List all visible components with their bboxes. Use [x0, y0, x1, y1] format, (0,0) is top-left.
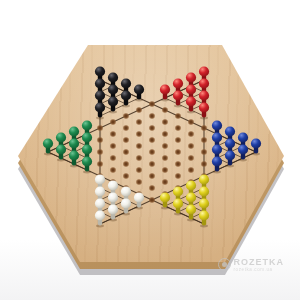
hole[interactable]	[97, 137, 103, 143]
hole[interactable]	[110, 131, 116, 137]
hole[interactable]	[175, 161, 181, 167]
hole[interactable]	[162, 167, 168, 173]
hole[interactable]	[97, 125, 103, 131]
hole[interactable]	[201, 149, 207, 155]
peg-white[interactable]	[134, 192, 144, 209]
hole[interactable]	[136, 107, 142, 113]
watermark-subtext: rozetka.com.ua	[234, 268, 285, 273]
peg-yellow[interactable]	[199, 210, 209, 227]
hole[interactable]	[136, 131, 142, 137]
hole[interactable]	[149, 137, 155, 143]
hole[interactable]	[162, 179, 168, 185]
hole[interactable]	[123, 137, 129, 143]
hole[interactable]	[97, 149, 103, 155]
hole[interactable]	[175, 125, 181, 131]
hole[interactable]	[201, 137, 207, 143]
hole[interactable]	[110, 143, 116, 149]
hole[interactable]	[123, 173, 129, 179]
watermark-logo-icon	[218, 258, 231, 271]
hole[interactable]	[149, 173, 155, 179]
hole[interactable]	[110, 155, 116, 161]
hole[interactable]	[175, 173, 181, 179]
peg-black[interactable]	[95, 102, 105, 119]
hole[interactable]	[188, 155, 194, 161]
hole[interactable]	[175, 137, 181, 143]
peg-black[interactable]	[134, 84, 144, 101]
peg-yellow[interactable]	[173, 198, 183, 215]
hole[interactable]	[188, 143, 194, 149]
peg-yellow[interactable]	[186, 204, 196, 221]
hole[interactable]	[123, 149, 129, 155]
hole[interactable]	[149, 185, 155, 191]
peg-blue[interactable]	[251, 138, 261, 155]
hole[interactable]	[136, 155, 142, 161]
hole[interactable]	[149, 197, 155, 203]
peg-red[interactable]	[199, 102, 209, 119]
peg-green[interactable]	[56, 144, 66, 161]
hole[interactable]	[123, 113, 129, 119]
peg-yellow[interactable]	[160, 192, 170, 209]
hole[interactable]	[110, 119, 116, 125]
hole[interactable]	[136, 143, 142, 149]
hole[interactable]	[136, 179, 142, 185]
watermark-text: ROZETKA	[234, 258, 285, 267]
peg-red[interactable]	[186, 96, 196, 113]
peg-white[interactable]	[121, 198, 131, 215]
hole[interactable]	[123, 125, 129, 131]
peg-blue[interactable]	[212, 156, 222, 173]
hole[interactable]	[110, 167, 116, 173]
peg-red[interactable]	[160, 84, 170, 101]
peg-blue[interactable]	[225, 150, 235, 167]
hole[interactable]	[201, 125, 207, 131]
hole[interactable]	[123, 161, 129, 167]
hole[interactable]	[162, 107, 168, 113]
peg-green[interactable]	[43, 138, 53, 155]
hole[interactable]	[149, 113, 155, 119]
hole[interactable]	[162, 155, 168, 161]
hole[interactable]	[149, 149, 155, 155]
hole[interactable]	[149, 101, 155, 107]
hole[interactable]	[162, 131, 168, 137]
watermark: ROZETKA rozetka.com.ua	[218, 258, 285, 273]
hole[interactable]	[149, 125, 155, 131]
hole[interactable]	[162, 119, 168, 125]
peg-black[interactable]	[121, 90, 131, 107]
hole[interactable]	[188, 167, 194, 173]
hole[interactable]	[162, 143, 168, 149]
hole[interactable]	[188, 131, 194, 137]
peg-green[interactable]	[82, 156, 92, 173]
hole[interactable]	[175, 113, 181, 119]
hole[interactable]	[97, 161, 103, 167]
hole[interactable]	[201, 161, 207, 167]
hole[interactable]	[188, 119, 194, 125]
peg-black[interactable]	[108, 96, 118, 113]
hole[interactable]	[136, 119, 142, 125]
hole[interactable]	[136, 167, 142, 173]
peg-white[interactable]	[108, 204, 118, 221]
board-svg	[0, 0, 300, 300]
hole[interactable]	[175, 149, 181, 155]
product-photo: ROZETKA rozetka.com.ua	[0, 0, 300, 300]
peg-blue[interactable]	[238, 144, 248, 161]
hole[interactable]	[149, 161, 155, 167]
peg-red[interactable]	[173, 90, 183, 107]
peg-green[interactable]	[69, 150, 79, 167]
peg-white[interactable]	[95, 210, 105, 227]
